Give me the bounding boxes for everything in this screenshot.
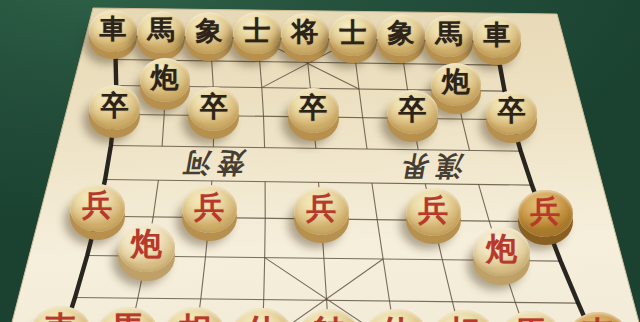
piece-black-chariot[interactable]: 車: [473, 16, 521, 58]
piece-black-soldier[interactable]: 卒: [387, 90, 438, 134]
piece-glyph: 兵: [82, 185, 112, 226]
piece-red-soldier[interactable]: 兵: [518, 190, 573, 238]
river-label-left: 楚河: [160, 146, 262, 180]
piece-glyph: 炮: [442, 63, 470, 101]
piece-glyph: 馬: [111, 308, 144, 322]
piece-black-advisor[interactable]: 士: [329, 14, 377, 56]
piece-glyph: 車: [581, 313, 614, 322]
piece-glyph: 車: [99, 11, 126, 47]
piece-black-cannon[interactable]: 炮: [140, 58, 190, 102]
piece-glyph: 卒: [200, 88, 228, 126]
piece-red-soldier[interactable]: 兵: [70, 184, 125, 232]
piece-glyph: 兵: [418, 189, 448, 230]
felt-background: 楚河 漢界 車馬象士将士象馬車炮炮卒卒卒卒卒兵兵兵兵兵炮炮車馬相仕帥仕相馬車: [0, 0, 640, 322]
piece-glyph: 象: [387, 15, 414, 51]
piece-glyph: 象: [195, 12, 222, 48]
piece-red-soldier[interactable]: 兵: [406, 188, 461, 236]
piece-glyph: 将: [291, 14, 318, 50]
piece-black-soldier[interactable]: 卒: [288, 88, 339, 132]
piece-black-elephant[interactable]: 象: [185, 12, 233, 54]
piece-glyph: 相: [179, 308, 212, 322]
piece-glyph: 車: [483, 17, 510, 53]
piece-glyph: 馬: [147, 12, 174, 48]
piece-glyph: 仕: [380, 311, 413, 322]
piece-glyph: 卒: [398, 90, 426, 128]
piece-glyph: 兵: [194, 186, 224, 227]
piece-glyph: 炮: [131, 224, 162, 266]
piece-black-soldier[interactable]: 卒: [89, 85, 140, 129]
piece-glyph: 車: [44, 307, 77, 322]
piece-glyph: 馬: [514, 312, 547, 322]
piece-glyph: 士: [243, 13, 270, 49]
piece-black-general[interactable]: 将: [281, 13, 329, 55]
piece-glyph: 炮: [486, 228, 517, 270]
piece-glyph: 卒: [498, 92, 526, 130]
piece-red-cannon[interactable]: 炮: [118, 223, 175, 272]
river-label-right: 漢界: [378, 149, 480, 183]
piece-black-cannon[interactable]: 炮: [431, 63, 481, 107]
piece-glyph: 仕: [246, 309, 279, 322]
piece-red-soldier[interactable]: 兵: [182, 185, 237, 233]
piece-glyph: 相: [447, 311, 480, 322]
piece-glyph: 卒: [299, 89, 327, 127]
piece-glyph: 帥: [313, 310, 346, 322]
piece-glyph: 士: [339, 15, 366, 51]
piece-glyph: 炮: [151, 59, 179, 97]
piece-glyph: 卒: [101, 86, 129, 124]
piece-black-horse[interactable]: 馬: [425, 15, 473, 57]
piece-glyph: 兵: [306, 188, 336, 229]
piece-glyph: 兵: [530, 191, 560, 232]
piece-red-cannon[interactable]: 炮: [473, 227, 530, 276]
piece-black-horse[interactable]: 馬: [137, 11, 185, 53]
piece-glyph: 馬: [435, 16, 462, 52]
piece-red-soldier[interactable]: 兵: [294, 187, 349, 235]
piece-black-chariot[interactable]: 車: [89, 10, 137, 52]
